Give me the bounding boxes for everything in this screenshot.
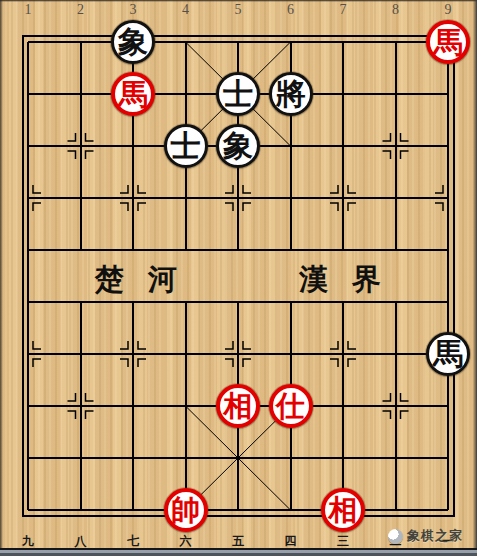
piece-red-advisor[interactable]: 仕 bbox=[269, 384, 313, 428]
piece-red-elephant[interactable]: 相 bbox=[321, 488, 365, 532]
piece-glyph: 帥 bbox=[171, 496, 200, 525]
piece-glyph: 象 bbox=[118, 27, 148, 57]
piece-glyph: 將 bbox=[276, 79, 306, 109]
piece-glyph: 相 bbox=[224, 392, 253, 421]
piece-red-general[interactable]: 帥 bbox=[164, 488, 208, 532]
piece-glyph: 馬 bbox=[434, 28, 463, 57]
piece-black-elephant[interactable]: 象 bbox=[111, 20, 155, 64]
xiangqi-board-screenshot: 123456789 九八七六五四三二一 楚河 漢界 象馬馬士將士象馬相仕帥相 象… bbox=[0, 0, 477, 556]
piece-glyph: 仕 bbox=[276, 392, 305, 421]
piece-glyph: 士 bbox=[171, 131, 201, 161]
piece-red-horse[interactable]: 馬 bbox=[426, 20, 470, 64]
piece-black-general[interactable]: 將 bbox=[269, 72, 313, 116]
piece-red-elephant[interactable]: 相 bbox=[216, 384, 260, 428]
watermark: 象棋之家 bbox=[388, 527, 463, 545]
watermark-text: 象棋之家 bbox=[407, 527, 463, 545]
piece-glyph: 士 bbox=[223, 79, 253, 109]
piece-black-advisor[interactable]: 士 bbox=[164, 124, 208, 168]
piece-black-elephant[interactable]: 象 bbox=[216, 124, 260, 168]
piece-glyph: 馬 bbox=[433, 339, 463, 369]
board: 象馬馬士將士象馬相仕帥相 bbox=[2, 16, 475, 536]
piece-black-advisor[interactable]: 士 bbox=[216, 72, 260, 116]
piece-glyph: 相 bbox=[329, 496, 358, 525]
piece-black-horse[interactable]: 馬 bbox=[426, 332, 470, 376]
piece-glyph: 象 bbox=[223, 131, 253, 161]
watermark-panda-logo-icon bbox=[388, 529, 403, 544]
piece-red-horse[interactable]: 馬 bbox=[111, 72, 155, 116]
piece-glyph: 馬 bbox=[119, 80, 148, 109]
